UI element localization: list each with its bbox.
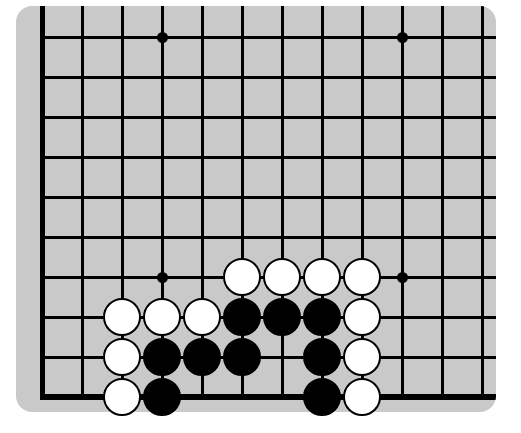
black-stone-F2 xyxy=(223,338,261,376)
white-stone-C1 xyxy=(103,378,141,416)
board-intersections-grid[interactable] xyxy=(22,17,502,417)
white-stone-F4 xyxy=(223,258,261,296)
white-stone-G4 xyxy=(263,258,301,296)
white-stone-J2 xyxy=(343,338,381,376)
page: { "game": "go", "diagram": { "descriptio… xyxy=(0,0,521,433)
black-stone-G3 xyxy=(263,298,301,336)
black-stone-E2 xyxy=(183,338,221,376)
black-stone-H1 xyxy=(303,378,341,416)
white-stone-J4 xyxy=(343,258,381,296)
white-stone-E3 xyxy=(183,298,221,336)
go-board[interactable] xyxy=(16,6,496,412)
black-stone-F3 xyxy=(223,298,261,336)
white-stone-C3 xyxy=(103,298,141,336)
black-stone-D2 xyxy=(143,338,181,376)
white-stone-J1 xyxy=(343,378,381,416)
black-stone-H2 xyxy=(303,338,341,376)
white-stone-C2 xyxy=(103,338,141,376)
white-stone-D3 xyxy=(143,298,181,336)
white-stone-H4 xyxy=(303,258,341,296)
black-stone-H3 xyxy=(303,298,341,336)
black-stone-D1 xyxy=(143,378,181,416)
white-stone-J3 xyxy=(343,298,381,336)
